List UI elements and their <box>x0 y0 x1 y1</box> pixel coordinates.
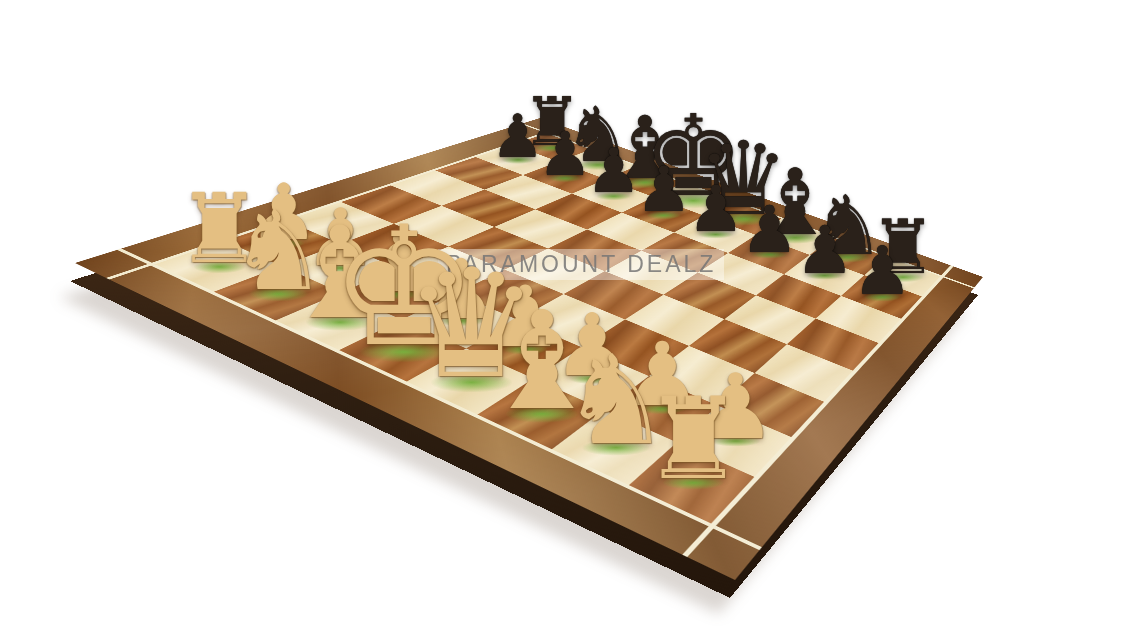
product-photo-scene: PARAMOUNT DEALZ ♜♞♝♛♚♝♞♜♟♟♟♟♟♟♟♟♟♟♟♟♟♟♟♟… <box>0 0 1140 641</box>
watermark: PARAMOUNT DEALZ <box>438 249 724 280</box>
playing-field <box>155 133 940 523</box>
